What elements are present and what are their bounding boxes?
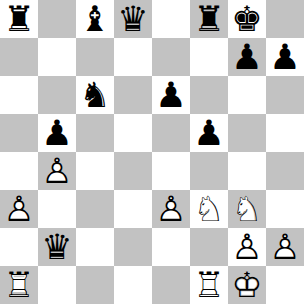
square-c1[interactable] bbox=[76, 266, 114, 304]
square-d7[interactable] bbox=[114, 38, 152, 76]
square-c7[interactable] bbox=[76, 38, 114, 76]
square-a8[interactable]: ♜ bbox=[0, 0, 38, 38]
white-king-icon: ♔ bbox=[228, 266, 266, 304]
square-a5[interactable] bbox=[0, 114, 38, 152]
black-queen-piece: ♛ bbox=[38, 228, 76, 266]
square-c8[interactable]: ♝ bbox=[76, 0, 114, 38]
square-g8[interactable]: ♚ bbox=[228, 0, 266, 38]
square-a1[interactable]: ♜♖ bbox=[0, 266, 38, 304]
black-pawn-icon: ♟ bbox=[266, 38, 304, 76]
white-rook-icon: ♖ bbox=[0, 266, 38, 304]
square-b6[interactable] bbox=[38, 76, 76, 114]
square-d2[interactable] bbox=[114, 228, 152, 266]
square-h2[interactable]: ♟♙ bbox=[266, 228, 304, 266]
square-e8[interactable] bbox=[152, 0, 190, 38]
square-g1[interactable]: ♚♔ bbox=[228, 266, 266, 304]
square-f7[interactable] bbox=[190, 38, 228, 76]
white-rook-piece: ♜♖ bbox=[0, 266, 38, 304]
square-h4[interactable] bbox=[266, 152, 304, 190]
square-c2[interactable] bbox=[76, 228, 114, 266]
black-pawn-piece: ♟ bbox=[266, 38, 304, 76]
black-rook-piece: ♜ bbox=[0, 0, 38, 38]
black-queen-piece: ♛ bbox=[114, 0, 152, 38]
square-h1[interactable] bbox=[266, 266, 304, 304]
black-pawn-piece: ♟ bbox=[190, 114, 228, 152]
black-pawn-icon: ♟ bbox=[190, 114, 228, 152]
black-queen-icon: ♛ bbox=[114, 0, 152, 38]
square-d5[interactable] bbox=[114, 114, 152, 152]
square-e6[interactable]: ♟ bbox=[152, 76, 190, 114]
square-c4[interactable] bbox=[76, 152, 114, 190]
square-e5[interactable] bbox=[152, 114, 190, 152]
square-g5[interactable] bbox=[228, 114, 266, 152]
white-pawn-icon: ♙ bbox=[228, 228, 266, 266]
square-e1[interactable] bbox=[152, 266, 190, 304]
square-f4[interactable] bbox=[190, 152, 228, 190]
white-pawn-piece: ♟♙ bbox=[152, 190, 190, 228]
black-knight-piece: ♞ bbox=[76, 76, 114, 114]
white-knight-icon: ♘ bbox=[228, 190, 266, 228]
square-f3[interactable]: ♞♘ bbox=[190, 190, 228, 228]
square-f6[interactable] bbox=[190, 76, 228, 114]
square-a3[interactable]: ♟♙ bbox=[0, 190, 38, 228]
black-pawn-icon: ♟ bbox=[228, 38, 266, 76]
black-pawn-piece: ♟ bbox=[152, 76, 190, 114]
black-knight-icon: ♞ bbox=[76, 76, 114, 114]
square-c5[interactable] bbox=[76, 114, 114, 152]
black-king-icon: ♚ bbox=[228, 0, 266, 38]
square-g3[interactable]: ♞♘ bbox=[228, 190, 266, 228]
square-c6[interactable]: ♞ bbox=[76, 76, 114, 114]
white-pawn-piece: ♟♙ bbox=[228, 228, 266, 266]
square-b5[interactable]: ♟ bbox=[38, 114, 76, 152]
black-pawn-icon: ♟ bbox=[38, 114, 76, 152]
square-f2[interactable] bbox=[190, 228, 228, 266]
square-g2[interactable]: ♟♙ bbox=[228, 228, 266, 266]
black-pawn-icon: ♟ bbox=[152, 76, 190, 114]
square-b8[interactable] bbox=[38, 0, 76, 38]
square-b2[interactable]: ♛ bbox=[38, 228, 76, 266]
square-f8[interactable]: ♜ bbox=[190, 0, 228, 38]
black-bishop-icon: ♝ bbox=[76, 0, 114, 38]
square-b1[interactable] bbox=[38, 266, 76, 304]
square-c3[interactable] bbox=[76, 190, 114, 228]
black-rook-icon: ♜ bbox=[190, 0, 228, 38]
square-a6[interactable] bbox=[0, 76, 38, 114]
square-b7[interactable] bbox=[38, 38, 76, 76]
square-h7[interactable]: ♟ bbox=[266, 38, 304, 76]
square-b4[interactable]: ♟♙ bbox=[38, 152, 76, 190]
white-pawn-piece: ♟♙ bbox=[0, 190, 38, 228]
square-d3[interactable] bbox=[114, 190, 152, 228]
square-d6[interactable] bbox=[114, 76, 152, 114]
square-a2[interactable] bbox=[0, 228, 38, 266]
black-queen-icon: ♛ bbox=[38, 228, 76, 266]
square-a4[interactable] bbox=[0, 152, 38, 190]
square-g7[interactable]: ♟ bbox=[228, 38, 266, 76]
square-d1[interactable] bbox=[114, 266, 152, 304]
square-g4[interactable] bbox=[228, 152, 266, 190]
white-king-piece: ♚♔ bbox=[228, 266, 266, 304]
square-b3[interactable] bbox=[38, 190, 76, 228]
white-pawn-icon: ♙ bbox=[0, 190, 38, 228]
square-h3[interactable] bbox=[266, 190, 304, 228]
black-rook-icon: ♜ bbox=[0, 0, 38, 38]
square-h8[interactable] bbox=[266, 0, 304, 38]
square-h6[interactable] bbox=[266, 76, 304, 114]
white-knight-piece: ♞♘ bbox=[190, 190, 228, 228]
white-pawn-piece: ♟♙ bbox=[266, 228, 304, 266]
square-d8[interactable]: ♛ bbox=[114, 0, 152, 38]
white-knight-icon: ♘ bbox=[190, 190, 228, 228]
black-pawn-piece: ♟ bbox=[38, 114, 76, 152]
black-rook-piece: ♜ bbox=[190, 0, 228, 38]
square-g6[interactable] bbox=[228, 76, 266, 114]
square-f1[interactable]: ♜♖ bbox=[190, 266, 228, 304]
white-pawn-icon: ♙ bbox=[266, 228, 304, 266]
square-e3[interactable]: ♟♙ bbox=[152, 190, 190, 228]
square-e7[interactable] bbox=[152, 38, 190, 76]
white-pawn-piece: ♟♙ bbox=[38, 152, 76, 190]
square-h5[interactable] bbox=[266, 114, 304, 152]
square-e4[interactable] bbox=[152, 152, 190, 190]
square-e2[interactable] bbox=[152, 228, 190, 266]
white-pawn-icon: ♙ bbox=[38, 152, 76, 190]
black-pawn-piece: ♟ bbox=[228, 38, 266, 76]
black-bishop-piece: ♝ bbox=[76, 0, 114, 38]
white-knight-piece: ♞♘ bbox=[228, 190, 266, 228]
black-king-piece: ♚ bbox=[228, 0, 266, 38]
square-d4[interactable] bbox=[114, 152, 152, 190]
square-a7[interactable] bbox=[0, 38, 38, 76]
white-rook-piece: ♜♖ bbox=[190, 266, 228, 304]
white-rook-icon: ♖ bbox=[190, 266, 228, 304]
chess-board: ♜♝♛♜♚♟♟♞♟♟♟♟♙♟♙♟♙♞♘♞♘♛♟♙♟♙♜♖♜♖♚♔ bbox=[0, 0, 304, 304]
square-f5[interactable]: ♟ bbox=[190, 114, 228, 152]
white-pawn-icon: ♙ bbox=[152, 190, 190, 228]
